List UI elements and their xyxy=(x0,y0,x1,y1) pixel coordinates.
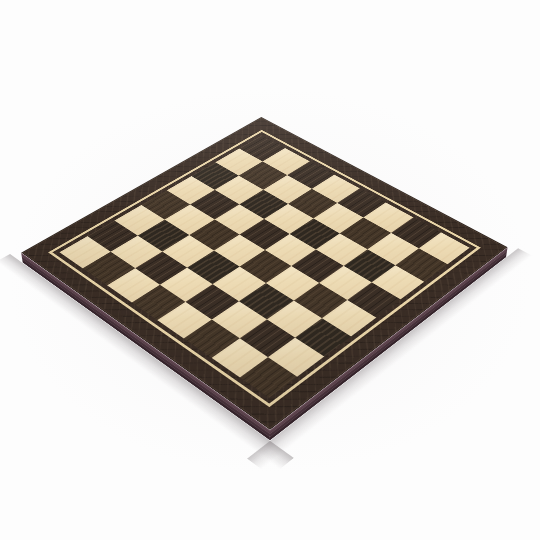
photo-background xyxy=(0,0,540,540)
square-r4c6-dark xyxy=(293,283,347,319)
squares-grid xyxy=(60,135,470,397)
square-r7c7-dark xyxy=(240,357,298,398)
square-r4c7-light xyxy=(322,300,377,337)
square-r2c7-light xyxy=(372,265,425,299)
square-r7c5-dark xyxy=(184,320,240,358)
square-r3c6-light xyxy=(319,266,372,300)
square-r6c6-dark xyxy=(240,319,296,357)
square-r7c1-dark xyxy=(83,252,135,285)
square-r7c4-light xyxy=(157,302,212,339)
square-r7c6-light xyxy=(211,338,268,377)
square-r5c7-dark xyxy=(295,318,351,356)
square-r6c7-light xyxy=(268,337,325,376)
square-r6c3-light xyxy=(160,267,213,301)
square-r4c4-dark xyxy=(239,250,291,283)
square-r5c4-light xyxy=(213,267,266,301)
square-r3c7-dark xyxy=(347,282,401,317)
square-r1c7-dark xyxy=(395,248,447,281)
board-top-surface xyxy=(21,117,507,430)
perspective-scene xyxy=(0,0,540,540)
square-r7c3-dark xyxy=(132,285,186,321)
square-r6c2-dark xyxy=(135,251,187,284)
square-r6c5-light xyxy=(212,301,267,338)
chess-board xyxy=(21,117,507,430)
square-r5c5-dark xyxy=(239,283,293,319)
square-r5c6-light xyxy=(267,300,322,337)
square-r4c5-light xyxy=(266,266,319,300)
square-r7c2-light xyxy=(107,268,160,303)
square-r5c3-dark xyxy=(187,251,239,284)
square-r3c5-dark xyxy=(291,249,343,282)
square-r2c6-dark xyxy=(344,249,396,282)
square-r6c4-dark xyxy=(186,284,240,320)
